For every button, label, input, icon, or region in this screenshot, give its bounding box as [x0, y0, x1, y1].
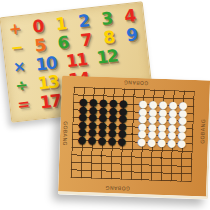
board-intersection: [185, 177, 195, 185]
number-piece-7[interactable]: 7: [80, 30, 94, 50]
math-symbol-piece-−[interactable]: −: [10, 38, 25, 58]
product-photo-scene: +01234−56789×101112÷1314=1718 ●●●●●●●●●●…: [0, 0, 210, 210]
board-label-left: GOBANG: [62, 121, 69, 146]
math-symbol-piece-=[interactable]: =: [16, 95, 31, 115]
board-label-top: GOBANG: [123, 80, 148, 87]
board-intersection: [175, 177, 185, 185]
math-symbol-piece-×[interactable]: ×: [12, 57, 27, 77]
stones-grid: ●●●●●●●●●●●●●●●●●●●●●●●●●●●●●●●●●●●●●●●●…: [65, 83, 198, 185]
board-intersection: [85, 174, 95, 182]
board-intersection: [115, 175, 125, 183]
board-intersection: [95, 174, 105, 182]
number-piece-12[interactable]: 12: [96, 46, 119, 67]
board-intersection: [145, 176, 155, 184]
math-symbol-piece-÷[interactable]: ÷: [14, 76, 29, 96]
board-intersection: [155, 176, 165, 184]
board-intersection: [65, 173, 75, 181]
gobang-board: ●●●●●●●●●●●●●●●●●●●●●●●●●●●●●●●●●●●●●●●●…: [58, 75, 210, 199]
board-label-bottom: GOBANG: [105, 185, 130, 192]
board-intersection: [105, 174, 115, 182]
board-intersection: [165, 176, 175, 184]
board-intersection: [125, 175, 135, 183]
board-intersection: [135, 175, 145, 183]
number-piece-9[interactable]: 9: [125, 25, 139, 45]
board-intersection: [75, 173, 85, 181]
math-symbol-piece-+[interactable]: +: [8, 19, 23, 39]
number-piece-17[interactable]: 17: [39, 91, 62, 112]
